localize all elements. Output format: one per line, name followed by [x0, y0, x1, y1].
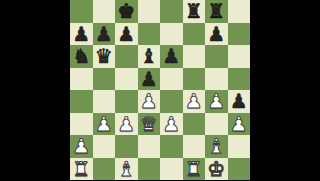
- square-f7[interactable]: [183, 23, 206, 46]
- white-bishop[interactable]: ♝: [117, 157, 135, 180]
- square-f2[interactable]: [183, 135, 206, 158]
- square-a6[interactable]: ♞: [70, 45, 93, 68]
- square-h3[interactable]: ♟: [228, 113, 251, 136]
- square-c7[interactable]: ♟: [115, 23, 138, 46]
- square-g6[interactable]: [205, 45, 228, 68]
- square-a8[interactable]: [70, 0, 93, 23]
- white-rook[interactable]: ♜: [72, 157, 90, 180]
- square-h6[interactable]: [228, 45, 251, 68]
- black-rook[interactable]: ♜: [185, 0, 203, 22]
- square-d3[interactable]: ♛: [138, 113, 161, 136]
- square-c4[interactable]: [115, 90, 138, 113]
- square-g7[interactable]: ♟: [205, 23, 228, 46]
- square-d6[interactable]: ♝: [138, 45, 161, 68]
- square-a5[interactable]: [70, 68, 93, 91]
- square-c3[interactable]: ♟: [115, 113, 138, 136]
- square-e1[interactable]: [160, 158, 183, 181]
- black-knight[interactable]: ♞: [72, 45, 90, 68]
- square-g8[interactable]: ♜: [205, 0, 228, 23]
- black-king[interactable]: ♚: [117, 0, 135, 22]
- square-h4[interactable]: ♟: [228, 90, 251, 113]
- app-stage: ♚♜♜♟♟♟♟♞♛♝♟♟♟♟♟♟♟♟♛♟♟♟♝♜♝♜♚: [0, 0, 320, 180]
- square-e4[interactable]: [160, 90, 183, 113]
- white-pawn[interactable]: ♟: [95, 112, 113, 135]
- white-pawn[interactable]: ♟: [140, 90, 158, 113]
- white-pawn[interactable]: ♟: [162, 112, 180, 135]
- square-g2[interactable]: ♝: [205, 135, 228, 158]
- square-c1[interactable]: ♝: [115, 158, 138, 181]
- black-rook[interactable]: ♜: [207, 0, 225, 22]
- black-pawn[interactable]: ♟: [162, 45, 180, 68]
- white-queen[interactable]: ♛: [140, 112, 158, 135]
- square-a7[interactable]: ♟: [70, 23, 93, 46]
- square-f4[interactable]: ♟: [183, 90, 206, 113]
- black-queen[interactable]: ♛: [95, 45, 113, 68]
- black-pawn[interactable]: ♟: [207, 22, 225, 45]
- square-f1[interactable]: ♜: [183, 158, 206, 181]
- square-b8[interactable]: [93, 0, 116, 23]
- square-g1[interactable]: ♚: [205, 158, 228, 181]
- square-f6[interactable]: [183, 45, 206, 68]
- white-rook[interactable]: ♜: [185, 157, 203, 180]
- black-pawn[interactable]: ♟: [72, 22, 90, 45]
- square-g3[interactable]: [205, 113, 228, 136]
- square-b3[interactable]: ♟: [93, 113, 116, 136]
- square-f8[interactable]: ♜: [183, 0, 206, 23]
- letterbox-right: [250, 0, 320, 180]
- square-h7[interactable]: [228, 23, 251, 46]
- square-d4[interactable]: ♟: [138, 90, 161, 113]
- white-king[interactable]: ♚: [207, 157, 225, 180]
- square-d7[interactable]: [138, 23, 161, 46]
- white-pawn[interactable]: ♟: [117, 112, 135, 135]
- square-g4[interactable]: ♟: [205, 90, 228, 113]
- square-b5[interactable]: [93, 68, 116, 91]
- square-c2[interactable]: [115, 135, 138, 158]
- square-h1[interactable]: [228, 158, 251, 181]
- square-h2[interactable]: [228, 135, 251, 158]
- square-h5[interactable]: [228, 68, 251, 91]
- square-f3[interactable]: [183, 113, 206, 136]
- white-pawn[interactable]: ♟: [230, 112, 248, 135]
- white-pawn[interactable]: ♟: [185, 90, 203, 113]
- square-g5[interactable]: [205, 68, 228, 91]
- square-e6[interactable]: ♟: [160, 45, 183, 68]
- square-a3[interactable]: [70, 113, 93, 136]
- square-e7[interactable]: [160, 23, 183, 46]
- square-a1[interactable]: ♜: [70, 158, 93, 181]
- square-b4[interactable]: [93, 90, 116, 113]
- square-b2[interactable]: [93, 135, 116, 158]
- square-d5[interactable]: ♟: [138, 68, 161, 91]
- black-bishop[interactable]: ♝: [140, 45, 158, 68]
- black-pawn[interactable]: ♟: [140, 67, 158, 90]
- square-b6[interactable]: ♛: [93, 45, 116, 68]
- square-d1[interactable]: [138, 158, 161, 181]
- square-e3[interactable]: ♟: [160, 113, 183, 136]
- square-d8[interactable]: [138, 0, 161, 23]
- square-c6[interactable]: [115, 45, 138, 68]
- square-c5[interactable]: [115, 68, 138, 91]
- square-h8[interactable]: [228, 0, 251, 23]
- square-b1[interactable]: [93, 158, 116, 181]
- letterbox-left: [0, 0, 70, 180]
- chess-board[interactable]: ♚♜♜♟♟♟♟♞♛♝♟♟♟♟♟♟♟♟♛♟♟♟♝♜♝♜♚: [70, 0, 250, 180]
- white-pawn[interactable]: ♟: [72, 135, 90, 158]
- square-c8[interactable]: ♚: [115, 0, 138, 23]
- square-a2[interactable]: ♟: [70, 135, 93, 158]
- square-f5[interactable]: [183, 68, 206, 91]
- white-pawn[interactable]: ♟: [207, 90, 225, 113]
- black-pawn[interactable]: ♟: [95, 22, 113, 45]
- white-bishop[interactable]: ♝: [207, 135, 225, 158]
- square-e2[interactable]: [160, 135, 183, 158]
- black-pawn[interactable]: ♟: [230, 90, 248, 113]
- square-e8[interactable]: [160, 0, 183, 23]
- square-e5[interactable]: [160, 68, 183, 91]
- black-pawn[interactable]: ♟: [117, 22, 135, 45]
- square-b7[interactable]: ♟: [93, 23, 116, 46]
- square-a4[interactable]: [70, 90, 93, 113]
- square-d2[interactable]: [138, 135, 161, 158]
